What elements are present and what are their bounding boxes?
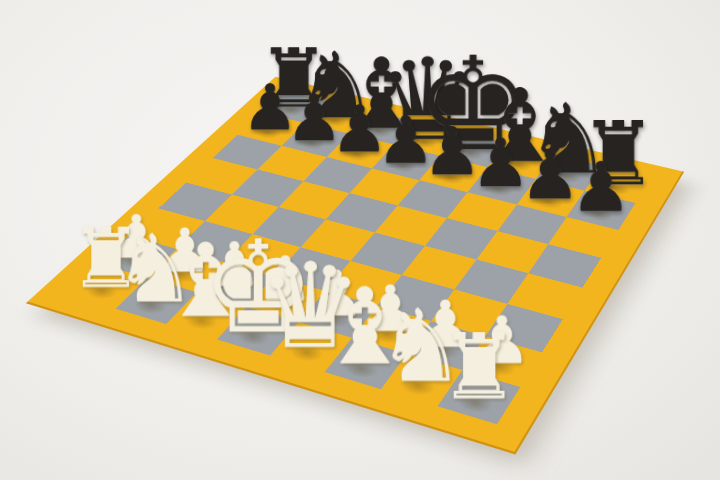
board-area: ♜♞♝♛♚♝♞♜♟♟♟♟♟♟♟♟♟♟♟♟♟♟♟♟♜♞♝♚♛♝♞♜ bbox=[129, 0, 619, 477]
square-h1: ♜ bbox=[438, 370, 520, 424]
board-mat: ♜♞♝♛♚♝♞♜♟♟♟♟♟♟♟♟♟♟♟♟♟♟♟♟♜♞♝♚♛♝♞♜ bbox=[26, 77, 684, 455]
board-grid: ♜♞♝♛♚♝♞♜♟♟♟♟♟♟♟♟♟♟♟♟♟♟♟♟♜♞♝♚♛♝♞♜ bbox=[67, 91, 652, 424]
square-g5 bbox=[476, 231, 548, 273]
square-h7: ♟ bbox=[567, 191, 635, 230]
photo-scene: ♜♞♝♛♚♝♞♜♟♟♟♟♟♟♟♟♟♟♟♟♟♟♟♟♜♞♝♚♛♝♞♜ bbox=[0, 0, 720, 480]
